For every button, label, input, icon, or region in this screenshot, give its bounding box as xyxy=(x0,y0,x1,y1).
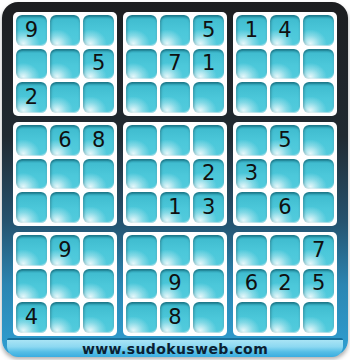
cell-r8c8[interactable]: 2 xyxy=(270,269,301,300)
cell-r7c6[interactable] xyxy=(193,235,224,266)
cell-r9c4[interactable] xyxy=(126,302,157,333)
cell-r2c9[interactable] xyxy=(303,49,334,80)
cell-r7c4[interactable] xyxy=(126,235,157,266)
cell-r2c4[interactable] xyxy=(126,49,157,80)
cell-r3c9[interactable] xyxy=(303,82,334,113)
cell-r8c6[interactable] xyxy=(193,269,224,300)
cell-r9c8[interactable] xyxy=(270,302,301,333)
cell-r8c9[interactable]: 5 xyxy=(303,269,334,300)
website-link[interactable]: www.sudokusweb.com xyxy=(82,341,268,357)
cell-r1c7[interactable]: 1 xyxy=(236,15,267,46)
cell-r4c5[interactable] xyxy=(160,125,191,156)
cell-r1c8[interactable]: 4 xyxy=(270,15,301,46)
box-r2c2: 213 xyxy=(123,122,227,226)
cell-r6c7[interactable] xyxy=(236,192,267,223)
cell-r4c4[interactable] xyxy=(126,125,157,156)
cell-r5c5[interactable] xyxy=(160,159,191,190)
cell-r5c8[interactable] xyxy=(270,159,301,190)
box-r3c3: 7625 xyxy=(233,232,337,336)
cell-r3c6[interactable] xyxy=(193,82,224,113)
box-r1c1: 952 xyxy=(13,12,117,116)
cell-r9c7[interactable] xyxy=(236,302,267,333)
cell-r7c5[interactable] xyxy=(160,235,191,266)
cell-r7c1[interactable] xyxy=(16,235,47,266)
cell-r5c2[interactable] xyxy=(50,159,81,190)
cell-r5c1[interactable] xyxy=(16,159,47,190)
cell-r3c2[interactable] xyxy=(50,82,81,113)
cell-r6c2[interactable] xyxy=(50,192,81,223)
cell-r3c3[interactable] xyxy=(83,82,114,113)
cell-r2c5[interactable]: 7 xyxy=(160,49,191,80)
cell-r4c1[interactable] xyxy=(16,125,47,156)
cell-r8c7[interactable]: 6 xyxy=(236,269,267,300)
cell-r4c3[interactable]: 8 xyxy=(83,125,114,156)
cell-r8c1[interactable] xyxy=(16,269,47,300)
cell-r2c6[interactable]: 1 xyxy=(193,49,224,80)
cell-r5c7[interactable]: 3 xyxy=(236,159,267,190)
cell-r1c3[interactable] xyxy=(83,15,114,46)
cell-r2c7[interactable] xyxy=(236,49,267,80)
cell-r9c2[interactable] xyxy=(50,302,81,333)
cell-r5c3[interactable] xyxy=(83,159,114,190)
cell-r4c9[interactable] xyxy=(303,125,334,156)
cell-r9c1[interactable]: 4 xyxy=(16,302,47,333)
cell-r8c3[interactable] xyxy=(83,269,114,300)
footer-bar: www.sudokusweb.com xyxy=(7,338,343,357)
cell-r8c5[interactable]: 9 xyxy=(160,269,191,300)
cell-r7c2[interactable]: 9 xyxy=(50,235,81,266)
cell-r6c4[interactable] xyxy=(126,192,157,223)
cell-r4c2[interactable]: 6 xyxy=(50,125,81,156)
sudoku-grid: 952571146821353694987625 xyxy=(13,12,337,336)
cell-r6c6[interactable]: 3 xyxy=(193,192,224,223)
box-r1c2: 571 xyxy=(123,12,227,116)
cell-r3c1[interactable]: 2 xyxy=(16,82,47,113)
cell-r9c5[interactable]: 8 xyxy=(160,302,191,333)
cell-r6c3[interactable] xyxy=(83,192,114,223)
cell-r6c5[interactable]: 1 xyxy=(160,192,191,223)
cell-r1c2[interactable] xyxy=(50,15,81,46)
cell-r1c1[interactable]: 9 xyxy=(16,15,47,46)
cell-r4c8[interactable]: 5 xyxy=(270,125,301,156)
cell-r6c1[interactable] xyxy=(16,192,47,223)
cell-r3c8[interactable] xyxy=(270,82,301,113)
box-r1c3: 14 xyxy=(233,12,337,116)
cell-r2c8[interactable] xyxy=(270,49,301,80)
cell-r4c6[interactable] xyxy=(193,125,224,156)
cell-r2c2[interactable] xyxy=(50,49,81,80)
cell-r2c3[interactable]: 5 xyxy=(83,49,114,80)
cell-r1c6[interactable]: 5 xyxy=(193,15,224,46)
box-r3c1: 94 xyxy=(13,232,117,336)
cell-r5c9[interactable] xyxy=(303,159,334,190)
cell-r3c4[interactable] xyxy=(126,82,157,113)
cell-r9c3[interactable] xyxy=(83,302,114,333)
cell-r1c5[interactable] xyxy=(160,15,191,46)
cell-r8c4[interactable] xyxy=(126,269,157,300)
cell-r8c2[interactable] xyxy=(50,269,81,300)
cell-r7c3[interactable] xyxy=(83,235,114,266)
cell-r7c7[interactable] xyxy=(236,235,267,266)
cell-r5c6[interactable]: 2 xyxy=(193,159,224,190)
cell-r3c5[interactable] xyxy=(160,82,191,113)
cell-r6c9[interactable] xyxy=(303,192,334,223)
cell-r2c1[interactable] xyxy=(16,49,47,80)
cell-r7c8[interactable] xyxy=(270,235,301,266)
cell-r6c8[interactable]: 6 xyxy=(270,192,301,223)
cell-r1c4[interactable] xyxy=(126,15,157,46)
sudoku-board-frame: 952571146821353694987625 www.sudokusweb.… xyxy=(2,2,348,356)
box-r3c2: 98 xyxy=(123,232,227,336)
cell-r7c9[interactable]: 7 xyxy=(303,235,334,266)
cell-r9c9[interactable] xyxy=(303,302,334,333)
box-r2c3: 536 xyxy=(233,122,337,226)
cell-r5c4[interactable] xyxy=(126,159,157,190)
cell-r1c9[interactable] xyxy=(303,15,334,46)
box-r2c1: 68 xyxy=(13,122,117,226)
cell-r9c6[interactable] xyxy=(193,302,224,333)
cell-r3c7[interactable] xyxy=(236,82,267,113)
cell-r4c7[interactable] xyxy=(236,125,267,156)
